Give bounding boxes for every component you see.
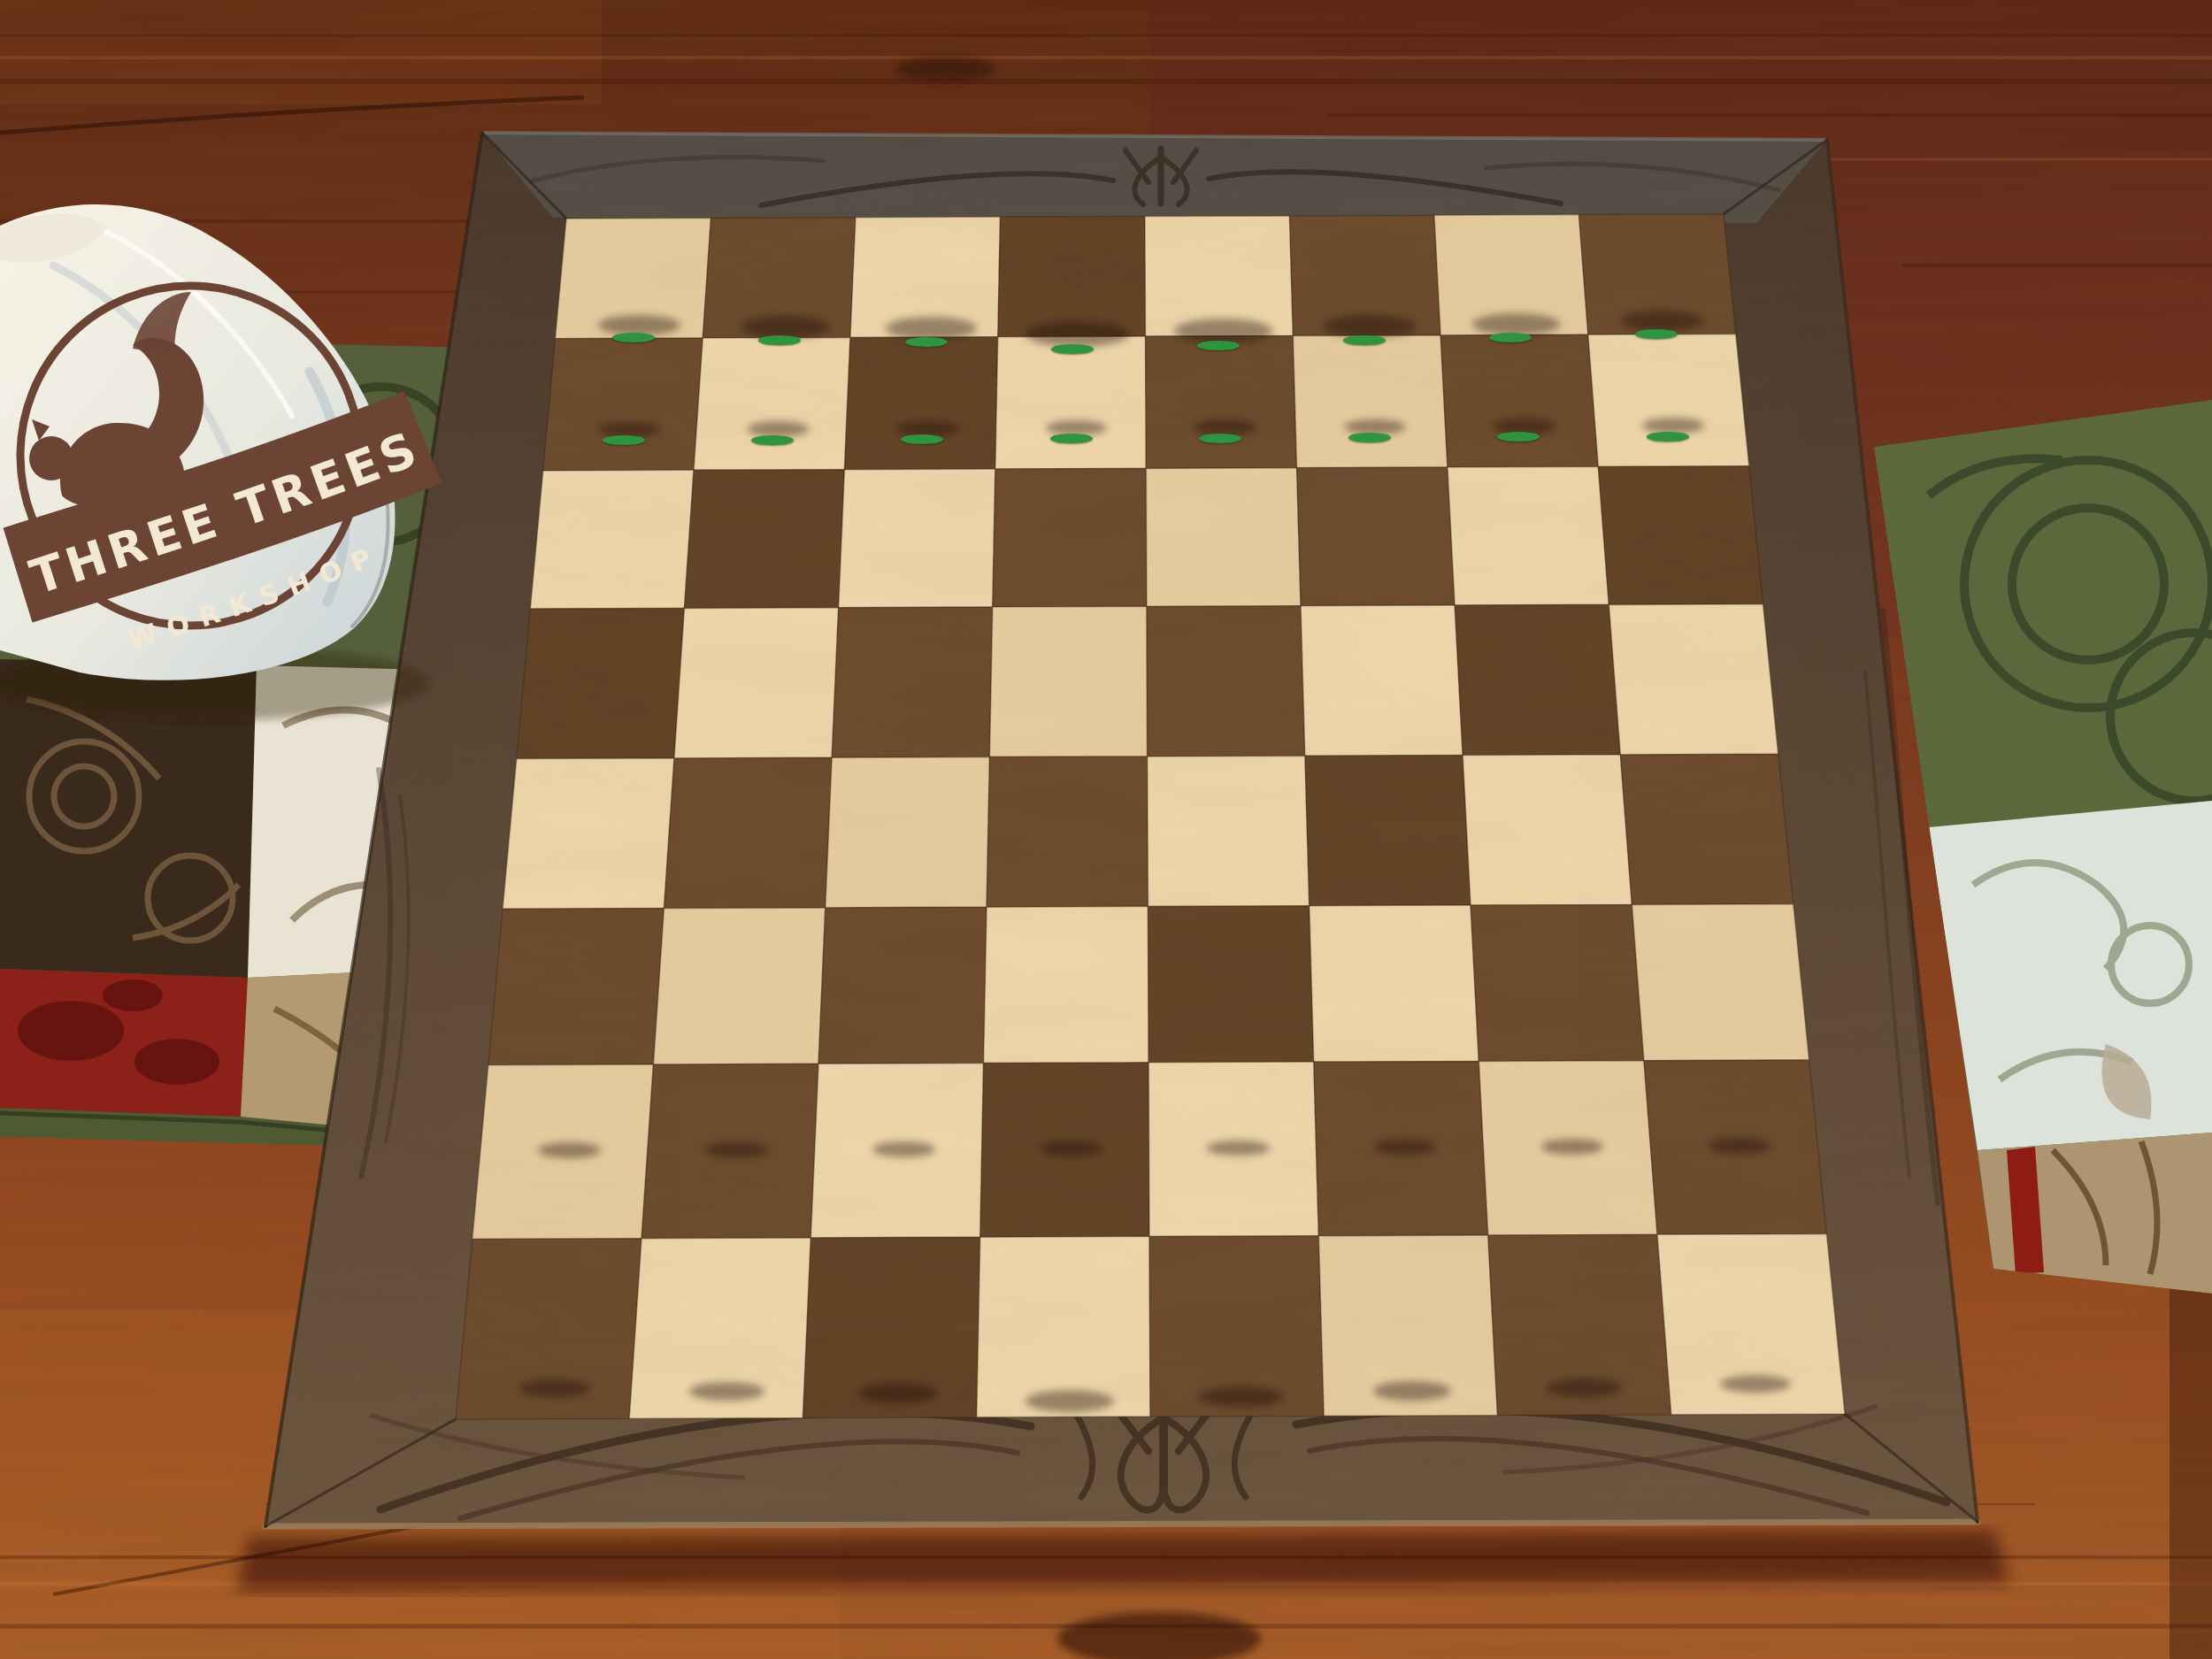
green-felt-base [1050, 434, 1093, 443]
piece-shadow [1025, 321, 1129, 347]
green-felt-base [1635, 329, 1678, 339]
green-felt-base [905, 337, 948, 347]
piece-shadow [689, 1382, 764, 1401]
piece-shadow [1374, 1140, 1437, 1156]
green-felt-base [1348, 433, 1391, 442]
piece-shadow [859, 1383, 937, 1402]
piece-shadow [1207, 1141, 1270, 1156]
green-felt-base [603, 435, 645, 445]
green-felt-base [1497, 432, 1540, 442]
green-felt-base [901, 434, 943, 444]
piece-shadow [748, 421, 810, 436]
green-felt-base [751, 435, 794, 445]
piece-shadow [519, 1379, 590, 1397]
green-felt-base [1051, 344, 1094, 354]
piece-shadow [1199, 1386, 1283, 1408]
piece-shadow [1025, 1390, 1114, 1412]
green-felt-base [1647, 432, 1689, 442]
piece-shadow [1720, 1375, 1791, 1393]
piece-shadow [705, 1142, 768, 1158]
piece-shadow [538, 1142, 601, 1158]
piece-shadow [1373, 1381, 1451, 1401]
green-felt-base [758, 335, 801, 345]
piece-shadow [896, 57, 995, 81]
green-felt-base [612, 333, 655, 342]
green-felt-base [1489, 333, 1532, 342]
piece-shadow [1541, 1139, 1604, 1155]
piece-shadow [1621, 311, 1703, 331]
green-felt-base [1197, 341, 1240, 350]
piece-shadow [1174, 319, 1272, 343]
photo-scene: THREE TREES WORKSHOP [0, 0, 2212, 1659]
piece-shadow [1709, 1138, 1771, 1154]
piece-shadow [1547, 1379, 1622, 1397]
green-felt-base [1199, 434, 1241, 443]
piece-shadow [872, 1141, 935, 1157]
piece-shadow [1040, 1141, 1102, 1156]
green-felt-base [1343, 335, 1386, 345]
pieces-layer [0, 0, 2212, 1659]
